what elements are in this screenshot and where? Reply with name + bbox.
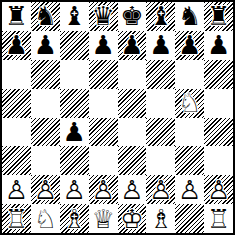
square-b5[interactable] [31,89,60,118]
square-c1[interactable]: ♝♗ [60,204,89,233]
square-h6[interactable] [204,60,233,89]
square-d4[interactable] [89,118,118,147]
piece-face-layer: ♙ [31,175,60,204]
piece-white-bishop: ♝♗ [60,204,89,233]
piece-face-layer: ♗ [146,204,175,233]
piece-white-king: ♚♔ [118,204,147,233]
square-h8[interactable]: ♜♜ [204,2,233,31]
piece-white-pawn: ♟♙ [2,175,31,204]
square-c2[interactable]: ♟♙ [60,175,89,204]
square-f7[interactable]: ♟♟ [146,31,175,60]
piece-face-layer: ♖ [2,204,31,233]
piece-black-bishop: ♝♝ [146,2,175,31]
square-e2[interactable]: ♟♙ [118,175,147,204]
square-c7[interactable] [60,31,89,60]
square-f6[interactable] [146,60,175,89]
piece-face-layer: ♟ [175,31,204,60]
square-f2[interactable]: ♟♙ [146,175,175,204]
piece-black-pawn: ♟♟ [89,31,118,60]
piece-face-layer: ♙ [204,175,233,204]
piece-white-rook: ♜♖ [204,204,233,233]
piece-white-pawn: ♟♙ [31,175,60,204]
piece-white-bishop: ♝♗ [146,204,175,233]
square-f5[interactable] [146,89,175,118]
square-b3[interactable] [31,146,60,175]
piece-face-layer: ♟ [31,31,60,60]
piece-white-pawn: ♟♙ [204,175,233,204]
piece-face-layer: ♙ [89,175,118,204]
chess-board: ♜♜♞♞♝♝♛♛♚♚♝♝♞♞♜♜♟♟♟♟♟♟♟♟♟♟♟♟♟♟♞♘♟♟♟♙♟♙♟♙… [0,0,235,235]
piece-face-layer: ♟ [118,31,147,60]
square-b2[interactable]: ♟♙ [31,175,60,204]
square-a6[interactable] [2,60,31,89]
piece-face-layer: ♚ [118,2,147,31]
square-b7[interactable]: ♟♟ [31,31,60,60]
piece-face-layer: ♛ [89,2,118,31]
piece-white-queen: ♛♕ [89,204,118,233]
square-f8[interactable]: ♝♝ [146,2,175,31]
piece-white-pawn: ♟♙ [175,175,204,204]
square-f1[interactable]: ♝♗ [146,204,175,233]
square-a3[interactable] [2,146,31,175]
square-e3[interactable] [118,146,147,175]
square-h1[interactable]: ♜♖ [204,204,233,233]
piece-black-pawn: ♟♟ [31,31,60,60]
piece-face-layer: ♟ [60,118,89,147]
piece-face-layer: ♙ [146,175,175,204]
square-b6[interactable] [31,60,60,89]
piece-face-layer: ♟ [2,31,31,60]
piece-white-pawn: ♟♙ [60,175,89,204]
piece-face-layer: ♘ [31,204,60,233]
square-d6[interactable] [89,60,118,89]
square-d2[interactable]: ♟♙ [89,175,118,204]
square-g5[interactable]: ♞♘ [175,89,204,118]
square-g8[interactable]: ♞♞ [175,2,204,31]
square-c6[interactable] [60,60,89,89]
square-d3[interactable] [89,146,118,175]
square-e4[interactable] [118,118,147,147]
square-c8[interactable]: ♝♝ [60,2,89,31]
square-d7[interactable]: ♟♟ [89,31,118,60]
piece-face-layer: ♙ [175,175,204,204]
square-g7[interactable]: ♟♟ [175,31,204,60]
piece-face-layer: ♙ [2,175,31,204]
square-e7[interactable]: ♟♟ [118,31,147,60]
piece-face-layer: ♙ [118,175,147,204]
square-b4[interactable] [31,118,60,147]
piece-black-rook: ♜♜ [2,2,31,31]
square-h7[interactable]: ♟♟ [204,31,233,60]
piece-face-layer: ♜ [2,2,31,31]
square-a1[interactable]: ♜♖ [2,204,31,233]
piece-face-layer: ♔ [118,204,147,233]
square-g6[interactable] [175,60,204,89]
square-c3[interactable] [60,146,89,175]
piece-face-layer: ♟ [204,31,233,60]
piece-white-knight: ♞♘ [175,89,204,118]
square-c5[interactable] [60,89,89,118]
piece-face-layer: ♖ [204,204,233,233]
piece-black-pawn: ♟♟ [118,31,147,60]
square-d8[interactable]: ♛♛ [89,2,118,31]
piece-face-layer: ♕ [89,204,118,233]
square-f3[interactable] [146,146,175,175]
piece-white-knight: ♞♘ [31,204,60,233]
square-d5[interactable] [89,89,118,118]
square-e1[interactable]: ♚♔ [118,204,147,233]
square-b1[interactable]: ♞♘ [31,204,60,233]
piece-face-layer: ♝ [146,2,175,31]
piece-black-pawn: ♟♟ [146,31,175,60]
piece-face-layer: ♜ [204,2,233,31]
square-d1[interactable]: ♛♕ [89,204,118,233]
square-b8[interactable]: ♞♞ [31,2,60,31]
piece-white-pawn: ♟♙ [146,175,175,204]
square-g1[interactable] [175,204,204,233]
square-e5[interactable] [118,89,147,118]
piece-face-layer: ♘ [175,89,204,118]
square-h3[interactable] [204,146,233,175]
piece-face-layer: ♙ [60,175,89,204]
piece-black-rook: ♜♜ [204,2,233,31]
square-c4[interactable]: ♟♟ [60,118,89,147]
square-g2[interactable]: ♟♙ [175,175,204,204]
piece-black-knight: ♞♞ [175,2,204,31]
square-h5[interactable] [204,89,233,118]
square-a2[interactable]: ♟♙ [2,175,31,204]
piece-face-layer: ♞ [31,2,60,31]
piece-black-pawn: ♟♟ [60,118,89,147]
piece-face-layer: ♟ [146,31,175,60]
square-a4[interactable] [2,118,31,147]
piece-black-pawn: ♟♟ [204,31,233,60]
piece-face-layer: ♞ [175,2,204,31]
square-h2[interactable]: ♟♙ [204,175,233,204]
square-f4[interactable] [146,118,175,147]
piece-black-king: ♚♚ [118,2,147,31]
square-e8[interactable]: ♚♚ [118,2,147,31]
square-a5[interactable] [2,89,31,118]
piece-black-knight: ♞♞ [31,2,60,31]
piece-black-queen: ♛♛ [89,2,118,31]
square-g4[interactable] [175,118,204,147]
piece-black-bishop: ♝♝ [60,2,89,31]
square-a8[interactable]: ♜♜ [2,2,31,31]
piece-white-rook: ♜♖ [2,204,31,233]
piece-face-layer: ♟ [89,31,118,60]
piece-face-layer: ♝ [60,2,89,31]
square-e6[interactable] [118,60,147,89]
piece-face-layer: ♗ [60,204,89,233]
piece-black-pawn: ♟♟ [2,31,31,60]
square-g3[interactable] [175,146,204,175]
piece-black-pawn: ♟♟ [175,31,204,60]
piece-white-pawn: ♟♙ [118,175,147,204]
piece-white-pawn: ♟♙ [89,175,118,204]
square-h4[interactable] [204,118,233,147]
square-a7[interactable]: ♟♟ [2,31,31,60]
